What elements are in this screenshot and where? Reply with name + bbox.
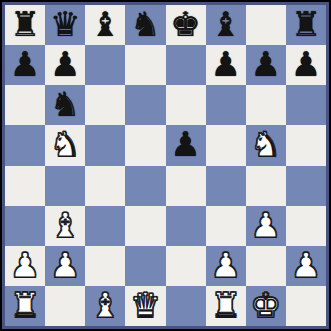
black-king[interactable]: ♚ (170, 7, 200, 41)
white-queen[interactable]: ♛ (130, 288, 160, 322)
square-g8[interactable] (246, 5, 286, 45)
black-queen[interactable]: ♛ (50, 7, 80, 41)
square-h4[interactable] (286, 166, 326, 206)
black-bishop[interactable]: ♝ (90, 7, 120, 41)
square-b1[interactable] (45, 286, 85, 326)
white-knight[interactable]: ♞ (251, 127, 281, 161)
square-g5[interactable]: ♞ (246, 125, 286, 165)
square-c4[interactable] (85, 166, 125, 206)
white-knight[interactable]: ♞ (50, 127, 80, 161)
square-e1[interactable] (166, 286, 206, 326)
square-d8[interactable]: ♞ (125, 5, 165, 45)
square-a2[interactable]: ♟ (5, 246, 45, 286)
square-c2[interactable] (85, 246, 125, 286)
square-f7[interactable]: ♟ (206, 45, 246, 85)
square-e3[interactable] (166, 206, 206, 246)
square-g3[interactable]: ♟ (246, 206, 286, 246)
white-pawn[interactable]: ♟ (291, 248, 321, 282)
black-knight[interactable]: ♞ (130, 7, 160, 41)
square-c6[interactable] (85, 85, 125, 125)
square-c8[interactable]: ♝ (85, 5, 125, 45)
white-pawn[interactable]: ♟ (210, 248, 240, 282)
square-a7[interactable]: ♟ (5, 45, 45, 85)
square-e7[interactable] (166, 45, 206, 85)
square-f8[interactable]: ♝ (206, 5, 246, 45)
square-g7[interactable]: ♟ (246, 45, 286, 85)
square-d1[interactable]: ♛ (125, 286, 165, 326)
square-c3[interactable] (85, 206, 125, 246)
black-pawn[interactable]: ♟ (50, 47, 80, 81)
square-e2[interactable] (166, 246, 206, 286)
square-h6[interactable] (286, 85, 326, 125)
square-a6[interactable] (5, 85, 45, 125)
square-b3[interactable]: ♝ (45, 206, 85, 246)
white-pawn[interactable]: ♟ (10, 248, 40, 282)
white-rook[interactable]: ♜ (10, 288, 40, 322)
square-a4[interactable] (5, 166, 45, 206)
white-king[interactable]: ♚ (251, 288, 281, 322)
black-pawn[interactable]: ♟ (291, 47, 321, 81)
square-a3[interactable] (5, 206, 45, 246)
white-pawn[interactable]: ♟ (251, 208, 281, 242)
square-h7[interactable]: ♟ (286, 45, 326, 85)
black-pawn[interactable]: ♟ (210, 47, 240, 81)
square-e8[interactable]: ♚ (166, 5, 206, 45)
white-bishop[interactable]: ♝ (90, 288, 120, 322)
square-h1[interactable] (286, 286, 326, 326)
square-e6[interactable] (166, 85, 206, 125)
square-b6[interactable]: ♞ (45, 85, 85, 125)
black-rook[interactable]: ♜ (10, 7, 40, 41)
white-pawn[interactable]: ♟ (50, 248, 80, 282)
square-c5[interactable] (85, 125, 125, 165)
square-h5[interactable] (286, 125, 326, 165)
square-g6[interactable] (246, 85, 286, 125)
square-h3[interactable] (286, 206, 326, 246)
square-b4[interactable] (45, 166, 85, 206)
square-f6[interactable] (206, 85, 246, 125)
square-g2[interactable] (246, 246, 286, 286)
white-rook[interactable]: ♜ (210, 288, 240, 322)
square-a1[interactable]: ♜ (5, 286, 45, 326)
square-f5[interactable] (206, 125, 246, 165)
square-f4[interactable] (206, 166, 246, 206)
square-e4[interactable] (166, 166, 206, 206)
square-b2[interactable]: ♟ (45, 246, 85, 286)
chess-board: ♜♛♝♞♚♝♜♟♟♟♟♟♞♞♟♞♝♟♟♟♟♟♜♝♛♜♚ (5, 5, 326, 326)
square-d5[interactable] (125, 125, 165, 165)
black-pawn[interactable]: ♟ (170, 127, 200, 161)
square-d4[interactable] (125, 166, 165, 206)
square-d7[interactable] (125, 45, 165, 85)
square-b8[interactable]: ♛ (45, 5, 85, 45)
square-g4[interactable] (246, 166, 286, 206)
black-knight[interactable]: ♞ (50, 87, 80, 121)
square-a8[interactable]: ♜ (5, 5, 45, 45)
square-e5[interactable]: ♟ (166, 125, 206, 165)
square-h8[interactable]: ♜ (286, 5, 326, 45)
black-bishop[interactable]: ♝ (210, 7, 240, 41)
black-pawn[interactable]: ♟ (10, 47, 40, 81)
chess-board-frame: ♜♛♝♞♚♝♜♟♟♟♟♟♞♞♟♞♝♟♟♟♟♟♜♝♛♜♚ (0, 0, 331, 331)
white-bishop[interactable]: ♝ (50, 208, 80, 242)
square-a5[interactable] (5, 125, 45, 165)
square-c1[interactable]: ♝ (85, 286, 125, 326)
square-f1[interactable]: ♜ (206, 286, 246, 326)
black-pawn[interactable]: ♟ (251, 47, 281, 81)
square-c7[interactable] (85, 45, 125, 85)
square-h2[interactable]: ♟ (286, 246, 326, 286)
square-d2[interactable] (125, 246, 165, 286)
square-g1[interactable]: ♚ (246, 286, 286, 326)
square-b5[interactable]: ♞ (45, 125, 85, 165)
square-b7[interactable]: ♟ (45, 45, 85, 85)
square-d3[interactable] (125, 206, 165, 246)
square-d6[interactable] (125, 85, 165, 125)
black-rook[interactable]: ♜ (291, 7, 321, 41)
square-f3[interactable] (206, 206, 246, 246)
square-f2[interactable]: ♟ (206, 246, 246, 286)
